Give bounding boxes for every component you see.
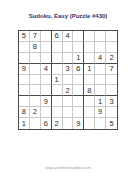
cell-r4c3: 4 — [41, 64, 52, 75]
cell-r5c9 — [106, 75, 117, 86]
cell-r3c4 — [52, 53, 63, 64]
cell-r2c7 — [84, 42, 95, 53]
cell-r8c7 — [84, 107, 95, 118]
cell-r9c2 — [30, 118, 41, 129]
cell-r8c1: 8 — [19, 107, 30, 118]
cell-r1c4: 6 — [52, 31, 63, 42]
cell-r4c1: 9 — [19, 64, 30, 75]
cell-r4c2 — [30, 64, 41, 75]
page-title: Sudoku, Easy (Puzzle #430) — [0, 13, 136, 19]
cell-r3c2 — [30, 53, 41, 64]
cell-r2c4 — [52, 42, 63, 53]
cell-r4c7: 1 — [84, 64, 95, 75]
cell-r7c9: 3 — [106, 96, 117, 107]
cell-r6c3 — [41, 85, 52, 96]
cell-r8c3 — [41, 107, 52, 118]
cell-r8c8: 9 — [95, 107, 106, 118]
sudoku-board: 5764814294361712891382916295 — [18, 30, 118, 130]
cell-r6c8 — [95, 85, 106, 96]
cell-r8c6 — [73, 107, 84, 118]
cell-r2c2: 8 — [30, 42, 41, 53]
cell-r9c6: 9 — [73, 118, 84, 129]
cell-r3c9: 2 — [106, 53, 117, 64]
cell-r2c8 — [95, 42, 106, 53]
cell-r8c4 — [52, 107, 63, 118]
cell-r4c4 — [52, 64, 63, 75]
cell-r1c2: 7 — [30, 31, 41, 42]
cell-r3c8: 4 — [95, 53, 106, 64]
cell-r1c8 — [95, 31, 106, 42]
cell-r9c7 — [84, 118, 95, 129]
cell-r3c7 — [84, 53, 95, 64]
cell-r5c8 — [95, 75, 106, 86]
cell-r6c2 — [30, 85, 41, 96]
cell-r1c7 — [84, 31, 95, 42]
cell-r4c9: 7 — [106, 64, 117, 75]
cell-r9c1: 1 — [19, 118, 30, 129]
cell-r1c6 — [73, 31, 84, 42]
cell-r6c7: 8 — [84, 85, 95, 96]
cell-r7c5 — [63, 96, 74, 107]
cell-r6c1 — [19, 85, 30, 96]
cell-r7c1 — [19, 96, 30, 107]
cell-r6c5: 2 — [63, 85, 74, 96]
cell-r7c6 — [73, 96, 84, 107]
cell-r6c6 — [73, 85, 84, 96]
cell-r2c3 — [41, 42, 52, 53]
cell-r5c5 — [63, 75, 74, 86]
cell-r4c5: 3 — [63, 64, 74, 75]
cell-r2c6 — [73, 42, 84, 53]
cell-r3c1 — [19, 53, 30, 64]
footer-url: www.printfreesudoku.com — [0, 165, 136, 170]
cell-r9c9: 5 — [106, 118, 117, 129]
cell-r7c7 — [84, 96, 95, 107]
cell-r4c6: 6 — [73, 64, 84, 75]
cell-r6c4 — [52, 85, 63, 96]
cell-r8c2: 2 — [30, 107, 41, 118]
cell-r3c3 — [41, 53, 52, 64]
cell-r9c4: 2 — [52, 118, 63, 129]
cell-r2c1 — [19, 42, 30, 53]
cell-r7c8: 1 — [95, 96, 106, 107]
cell-r9c5 — [63, 118, 74, 129]
cell-r1c3 — [41, 31, 52, 42]
cell-r3c5 — [63, 53, 74, 64]
cell-r5c3 — [41, 75, 52, 86]
cell-r2c5 — [63, 42, 74, 53]
cell-r5c2 — [30, 75, 41, 86]
cell-r8c9 — [106, 107, 117, 118]
cell-r5c4: 1 — [52, 75, 63, 86]
cell-r8c5 — [63, 107, 74, 118]
cell-r1c5: 4 — [63, 31, 74, 42]
cell-r7c3: 9 — [41, 96, 52, 107]
cell-r2c9 — [106, 42, 117, 53]
cell-r7c2 — [30, 96, 41, 107]
cell-r4c8 — [95, 64, 106, 75]
cell-r5c1 — [19, 75, 30, 86]
cell-r9c3: 6 — [41, 118, 52, 129]
cell-r1c1: 5 — [19, 31, 30, 42]
cell-r5c7 — [84, 75, 95, 86]
cell-r9c8 — [95, 118, 106, 129]
cell-r7c4 — [52, 96, 63, 107]
cell-r1c9 — [106, 31, 117, 42]
cell-r5c6 — [73, 75, 84, 86]
cell-r6c9 — [106, 85, 117, 96]
cell-r3c6: 1 — [73, 53, 84, 64]
